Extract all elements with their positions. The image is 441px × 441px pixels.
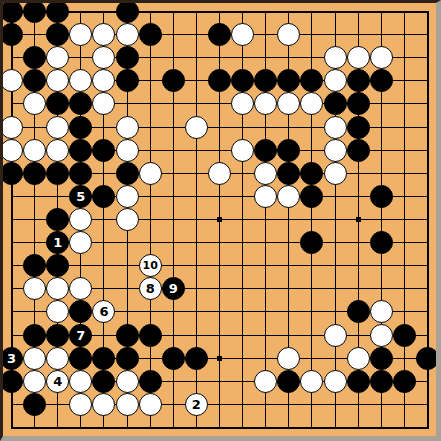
white-stone — [69, 393, 92, 416]
black-stone — [23, 254, 46, 277]
white-stone — [23, 139, 46, 162]
black-stone — [116, 347, 139, 370]
black-stone — [393, 370, 416, 393]
black-stone — [277, 370, 300, 393]
black-stone — [300, 69, 323, 92]
white-stone — [116, 139, 139, 162]
white-stone — [300, 92, 323, 115]
black-stone — [46, 324, 69, 347]
white-stone-move-6: 6 — [92, 300, 115, 323]
white-stone — [69, 231, 92, 254]
black-stone — [46, 0, 69, 23]
black-stone — [23, 162, 46, 185]
black-stone — [347, 300, 370, 323]
white-stone — [116, 23, 139, 46]
black-stone-move-7: 7 — [69, 324, 92, 347]
black-stone — [23, 69, 46, 92]
black-stone — [92, 370, 115, 393]
white-stone — [300, 370, 323, 393]
black-stone — [347, 92, 370, 115]
white-stone — [347, 347, 370, 370]
black-stone — [92, 185, 115, 208]
black-stone — [300, 162, 323, 185]
black-stone — [116, 324, 139, 347]
black-stone — [46, 162, 69, 185]
black-stone — [185, 347, 208, 370]
black-stone — [162, 347, 185, 370]
white-stone — [92, 46, 115, 69]
black-stone — [92, 139, 115, 162]
white-stone — [116, 208, 139, 231]
black-stone — [347, 139, 370, 162]
black-stone — [208, 23, 231, 46]
white-stone — [46, 139, 69, 162]
black-stone — [370, 185, 393, 208]
white-stone — [139, 393, 162, 416]
black-stone — [116, 69, 139, 92]
black-stone — [46, 92, 69, 115]
black-stone — [46, 208, 69, 231]
black-stone — [69, 162, 92, 185]
white-stone — [69, 208, 92, 231]
white-stone — [69, 277, 92, 300]
white-stone — [277, 92, 300, 115]
black-stone — [254, 69, 277, 92]
black-stone — [208, 69, 231, 92]
white-stone — [324, 69, 347, 92]
star-point — [356, 217, 361, 222]
white-stone — [324, 139, 347, 162]
black-stone — [46, 254, 69, 277]
white-stone — [324, 162, 347, 185]
black-stone — [277, 69, 300, 92]
black-stone-move-5: 5 — [69, 185, 92, 208]
white-stone — [69, 69, 92, 92]
white-stone — [46, 347, 69, 370]
white-stone — [231, 23, 254, 46]
black-stone — [69, 92, 92, 115]
white-stone — [0, 69, 23, 92]
white-stone — [254, 162, 277, 185]
white-stone — [92, 69, 115, 92]
black-stone — [69, 139, 92, 162]
black-stone — [116, 0, 139, 23]
white-stone — [324, 370, 347, 393]
white-stone — [46, 116, 69, 139]
white-stone — [370, 324, 393, 347]
white-stone — [139, 162, 162, 185]
black-stone — [69, 347, 92, 370]
black-stone — [23, 324, 46, 347]
black-stone — [162, 69, 185, 92]
black-stone — [139, 324, 162, 347]
white-stone — [254, 370, 277, 393]
grid-vline — [404, 11, 405, 429]
white-stone — [46, 69, 69, 92]
black-stone — [277, 162, 300, 185]
go-board: 51108967342 — [0, 0, 441, 441]
white-stone — [370, 300, 393, 323]
black-stone — [277, 139, 300, 162]
white-stone — [0, 139, 23, 162]
black-stone — [139, 23, 162, 46]
white-stone-move-10: 10 — [139, 254, 162, 277]
black-stone — [69, 300, 92, 323]
white-stone — [370, 46, 393, 69]
white-stone — [92, 92, 115, 115]
black-stone — [0, 0, 23, 23]
white-stone — [231, 92, 254, 115]
black-stone — [23, 393, 46, 416]
black-stone — [416, 347, 439, 370]
white-stone — [277, 347, 300, 370]
black-stone — [231, 69, 254, 92]
black-stone — [92, 347, 115, 370]
white-stone — [116, 393, 139, 416]
white-stone — [116, 185, 139, 208]
black-stone — [300, 185, 323, 208]
black-stone — [0, 162, 23, 185]
white-stone — [0, 116, 23, 139]
black-stone — [300, 231, 323, 254]
grid-hline — [11, 427, 429, 429]
white-stone — [324, 46, 347, 69]
black-stone — [370, 69, 393, 92]
white-stone — [277, 185, 300, 208]
white-stone — [116, 370, 139, 393]
black-stone-move-3: 3 — [0, 347, 23, 370]
black-stone — [370, 231, 393, 254]
white-stone — [46, 277, 69, 300]
white-stone — [347, 46, 370, 69]
white-stone — [46, 300, 69, 323]
white-stone — [231, 139, 254, 162]
white-stone — [23, 347, 46, 370]
white-stone — [324, 324, 347, 347]
black-stone — [370, 370, 393, 393]
black-stone — [324, 92, 347, 115]
white-stone — [23, 277, 46, 300]
star-point — [217, 217, 222, 222]
black-stone-move-1: 1 — [46, 231, 69, 254]
white-stone — [208, 162, 231, 185]
white-stone — [69, 370, 92, 393]
black-stone — [254, 139, 277, 162]
black-stone — [347, 69, 370, 92]
star-point — [217, 356, 222, 361]
black-stone — [46, 23, 69, 46]
black-stone-move-9: 9 — [162, 277, 185, 300]
white-stone — [185, 116, 208, 139]
white-stone — [254, 92, 277, 115]
white-stone-move-8: 8 — [139, 277, 162, 300]
white-stone — [23, 92, 46, 115]
black-stone — [393, 324, 416, 347]
black-stone — [116, 162, 139, 185]
black-stone — [139, 370, 162, 393]
grid-hline — [11, 265, 429, 266]
white-stone — [254, 185, 277, 208]
white-stone — [92, 393, 115, 416]
white-stone — [116, 116, 139, 139]
white-stone-move-4: 4 — [46, 370, 69, 393]
white-stone — [277, 23, 300, 46]
white-stone — [324, 116, 347, 139]
white-stone-move-2: 2 — [185, 393, 208, 416]
black-stone — [0, 23, 23, 46]
black-stone — [370, 347, 393, 370]
black-stone — [23, 46, 46, 69]
white-stone — [69, 23, 92, 46]
black-stone — [347, 116, 370, 139]
black-stone — [0, 370, 23, 393]
black-stone — [23, 0, 46, 23]
white-stone — [23, 370, 46, 393]
white-stone — [92, 23, 115, 46]
black-stone — [347, 370, 370, 393]
black-stone — [116, 46, 139, 69]
white-stone — [46, 46, 69, 69]
black-stone — [69, 116, 92, 139]
